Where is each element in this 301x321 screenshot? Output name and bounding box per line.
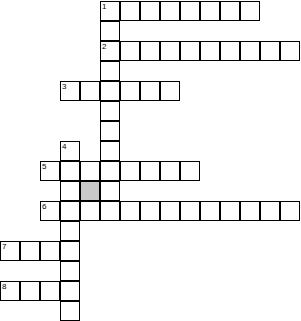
answer-cell-r0-c5[interactable]: 1 bbox=[100, 1, 120, 21]
answer-cell-r4-c7[interactable] bbox=[140, 81, 160, 101]
answer-cell-r2-c10[interactable] bbox=[200, 41, 220, 61]
clue-number-4: 4 bbox=[62, 142, 66, 151]
answer-cell-r10-c2[interactable]: 6 bbox=[40, 201, 60, 221]
answer-cell-r14-c2[interactable] bbox=[40, 281, 60, 301]
answer-cell-r2-c9[interactable] bbox=[180, 41, 200, 61]
answer-cell-r10-c9[interactable] bbox=[180, 201, 200, 221]
answer-cell-r2-c13[interactable] bbox=[260, 41, 280, 61]
answer-cell-r4-c4[interactable] bbox=[80, 81, 100, 101]
answer-cell-r4-c5[interactable] bbox=[100, 81, 120, 101]
answer-cell-r10-c10[interactable] bbox=[200, 201, 220, 221]
answer-cell-r0-c8[interactable] bbox=[160, 1, 180, 21]
answer-cell-r0-c6[interactable] bbox=[120, 1, 140, 21]
clue-number-2: 2 bbox=[102, 42, 106, 51]
answer-cell-r8-c8[interactable] bbox=[160, 161, 180, 181]
answer-cell-r2-c7[interactable] bbox=[140, 41, 160, 61]
answer-cell-r8-c9[interactable] bbox=[180, 161, 200, 181]
answer-cell-r4-c3[interactable]: 3 bbox=[60, 81, 80, 101]
answer-cell-r2-c11[interactable] bbox=[220, 41, 240, 61]
clue-number-5: 5 bbox=[42, 162, 46, 171]
answer-cell-r5-c5[interactable] bbox=[100, 101, 120, 121]
answer-cell-r8-c7[interactable] bbox=[140, 161, 160, 181]
answer-cell-r14-c3[interactable] bbox=[60, 281, 80, 301]
answer-cell-r9-c3[interactable] bbox=[60, 181, 80, 201]
answer-cell-r3-c5[interactable] bbox=[100, 61, 120, 81]
answer-cell-r10-c5[interactable] bbox=[100, 201, 120, 221]
answer-cell-r10-c13[interactable] bbox=[260, 201, 280, 221]
answer-cell-r8-c2[interactable]: 5 bbox=[40, 161, 60, 181]
answer-cell-r0-c7[interactable] bbox=[140, 1, 160, 21]
clue-number-7: 7 bbox=[2, 242, 6, 251]
answer-cell-r9-c5[interactable] bbox=[100, 181, 120, 201]
answer-cell-r4-c6[interactable] bbox=[120, 81, 140, 101]
clue-number-8: 8 bbox=[2, 282, 6, 291]
answer-cell-r10-c12[interactable] bbox=[240, 201, 260, 221]
answer-cell-r0-c10[interactable] bbox=[200, 1, 220, 21]
answer-cell-r13-c3[interactable] bbox=[60, 261, 80, 281]
answer-cell-r8-c5[interactable] bbox=[100, 161, 120, 181]
answer-cell-r11-c3[interactable] bbox=[60, 221, 80, 241]
answer-cell-r10-c7[interactable] bbox=[140, 201, 160, 221]
answer-cell-r0-c12[interactable] bbox=[240, 1, 260, 21]
answer-cell-r0-c11[interactable] bbox=[220, 1, 240, 21]
answer-cell-r6-c5[interactable] bbox=[100, 121, 120, 141]
clue-number-6: 6 bbox=[42, 202, 46, 211]
answer-cell-r8-c6[interactable] bbox=[120, 161, 140, 181]
answer-cell-r12-c2[interactable] bbox=[40, 241, 60, 261]
answer-cell-r2-c12[interactable] bbox=[240, 41, 260, 61]
shaded-cell-r9-c4 bbox=[80, 181, 100, 201]
answer-cell-r7-c3[interactable]: 4 bbox=[60, 141, 80, 161]
answer-cell-r14-c0[interactable]: 8 bbox=[0, 281, 20, 301]
clue-number-1: 1 bbox=[102, 2, 106, 11]
answer-cell-r8-c4[interactable] bbox=[80, 161, 100, 181]
answer-cell-r10-c3[interactable] bbox=[60, 201, 80, 221]
answer-cell-r2-c14[interactable] bbox=[280, 41, 300, 61]
answer-cell-r14-c1[interactable] bbox=[20, 281, 40, 301]
answer-cell-r10-c4[interactable] bbox=[80, 201, 100, 221]
answer-cell-r0-c9[interactable] bbox=[180, 1, 200, 21]
answer-cell-r15-c3[interactable] bbox=[60, 301, 80, 321]
answer-cell-r10-c14[interactable] bbox=[280, 201, 300, 221]
answer-cell-r2-c8[interactable] bbox=[160, 41, 180, 61]
answer-cell-r10-c6[interactable] bbox=[120, 201, 140, 221]
answer-cell-r2-c5[interactable]: 2 bbox=[100, 41, 120, 61]
answer-cell-r8-c3[interactable] bbox=[60, 161, 80, 181]
answer-cell-r10-c8[interactable] bbox=[160, 201, 180, 221]
answer-cell-r4-c8[interactable] bbox=[160, 81, 180, 101]
answer-cell-r2-c6[interactable] bbox=[120, 41, 140, 61]
answer-cell-r7-c5[interactable] bbox=[100, 141, 120, 161]
answer-cell-r12-c1[interactable] bbox=[20, 241, 40, 261]
answer-cell-r12-c3[interactable] bbox=[60, 241, 80, 261]
clue-number-3: 3 bbox=[62, 82, 66, 91]
answer-cell-r12-c0[interactable]: 7 bbox=[0, 241, 20, 261]
crossword-board: 12345678 bbox=[0, 1, 301, 321]
crossword-page: 12345678 bbox=[0, 0, 301, 321]
answer-cell-r10-c11[interactable] bbox=[220, 201, 240, 221]
answer-cell-r1-c5[interactable] bbox=[100, 21, 120, 41]
